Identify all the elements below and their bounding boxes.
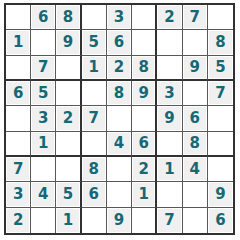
- cell-r3c8[interactable]: 9: [183, 56, 208, 81]
- cell-r9c9[interactable]: 6: [208, 208, 233, 233]
- cell-r7c4[interactable]: 8: [82, 157, 107, 182]
- cell-r5c6[interactable]: [132, 106, 157, 131]
- cell-r4c4[interactable]: [82, 81, 107, 106]
- cell-r1c9[interactable]: [208, 5, 233, 30]
- cell-r2c2[interactable]: [31, 30, 56, 55]
- cell-r8c4[interactable]: 6: [82, 182, 107, 207]
- cell-r3c1[interactable]: [6, 56, 31, 81]
- cell-r4c8[interactable]: [183, 81, 208, 106]
- cell-r6c8[interactable]: 8: [183, 132, 208, 157]
- cell-r8c2[interactable]: 4: [31, 182, 56, 207]
- cell-r7c9[interactable]: [208, 157, 233, 182]
- cell-r7c1[interactable]: 7: [6, 157, 31, 182]
- cell-r7c2[interactable]: [31, 157, 56, 182]
- cell-r6c2[interactable]: 1: [31, 132, 56, 157]
- cell-r7c5[interactable]: [107, 157, 132, 182]
- cell-r3c3[interactable]: [56, 56, 81, 81]
- cell-r9c4[interactable]: [82, 208, 107, 233]
- cell-r9c7[interactable]: 7: [157, 208, 182, 233]
- cell-r8c7[interactable]: [157, 182, 182, 207]
- cell-r2c8[interactable]: [183, 30, 208, 55]
- cell-r4c9[interactable]: 7: [208, 81, 233, 106]
- cell-r1c7[interactable]: 2: [157, 5, 182, 30]
- cell-r6c9[interactable]: [208, 132, 233, 157]
- cell-r1c4[interactable]: [82, 5, 107, 30]
- cell-r8c6[interactable]: 1: [132, 182, 157, 207]
- cell-r1c2[interactable]: 6: [31, 5, 56, 30]
- cell-r9c8[interactable]: [183, 208, 208, 233]
- cell-r9c1[interactable]: 2: [6, 208, 31, 233]
- cell-r9c2[interactable]: [31, 208, 56, 233]
- cell-r9c6[interactable]: [132, 208, 157, 233]
- cell-r5c9[interactable]: [208, 106, 233, 131]
- cell-r6c4[interactable]: [82, 132, 107, 157]
- cell-r1c6[interactable]: [132, 5, 157, 30]
- cell-r5c5[interactable]: [107, 106, 132, 131]
- cell-r5c3[interactable]: 2: [56, 106, 81, 131]
- cell-r6c6[interactable]: 6: [132, 132, 157, 157]
- cell-r6c1[interactable]: [6, 132, 31, 157]
- cell-r5c2[interactable]: 3: [31, 106, 56, 131]
- cell-r1c5[interactable]: 3: [107, 5, 132, 30]
- cell-r7c6[interactable]: 2: [132, 157, 157, 182]
- cell-r2c9[interactable]: 8: [208, 30, 233, 55]
- cell-r3c5[interactable]: 2: [107, 56, 132, 81]
- cell-r8c3[interactable]: 5: [56, 182, 81, 207]
- cell-r9c5[interactable]: 9: [107, 208, 132, 233]
- cell-r1c8[interactable]: 7: [183, 5, 208, 30]
- cell-r3c9[interactable]: 5: [208, 56, 233, 81]
- cell-r2c1[interactable]: 1: [6, 30, 31, 55]
- cell-r4c3[interactable]: [56, 81, 81, 106]
- cell-r4c7[interactable]: 3: [157, 81, 182, 106]
- cell-r3c6[interactable]: 8: [132, 56, 157, 81]
- cell-r2c3[interactable]: 9: [56, 30, 81, 55]
- cell-r4c6[interactable]: 9: [132, 81, 157, 106]
- cell-r6c5[interactable]: 4: [107, 132, 132, 157]
- cell-r6c7[interactable]: [157, 132, 182, 157]
- cell-r2c7[interactable]: [157, 30, 182, 55]
- cell-r4c2[interactable]: 5: [31, 81, 56, 106]
- cell-r3c2[interactable]: 7: [31, 56, 56, 81]
- cell-r1c3[interactable]: 8: [56, 5, 81, 30]
- sudoku-board: 6832719568712895658937327961468782143456…: [4, 3, 235, 235]
- sudoku-page: 6832719568712895658937327961468782143456…: [0, 0, 240, 240]
- cell-r8c1[interactable]: 3: [6, 182, 31, 207]
- cell-r3c7[interactable]: [157, 56, 182, 81]
- cell-r8c5[interactable]: [107, 182, 132, 207]
- cell-r5c1[interactable]: [6, 106, 31, 131]
- cell-r2c4[interactable]: 5: [82, 30, 107, 55]
- cell-r2c5[interactable]: 6: [107, 30, 132, 55]
- cell-r4c5[interactable]: 8: [107, 81, 132, 106]
- cell-r6c3[interactable]: [56, 132, 81, 157]
- cell-r9c3[interactable]: 1: [56, 208, 81, 233]
- cell-r2c6[interactable]: [132, 30, 157, 55]
- cell-r7c3[interactable]: [56, 157, 81, 182]
- cell-r1c1[interactable]: [6, 5, 31, 30]
- cell-r8c9[interactable]: 9: [208, 182, 233, 207]
- cell-r7c7[interactable]: 1: [157, 157, 182, 182]
- cell-r4c1[interactable]: 6: [6, 81, 31, 106]
- cell-r5c4[interactable]: 7: [82, 106, 107, 131]
- cell-r5c7[interactable]: 9: [157, 106, 182, 131]
- cell-r5c8[interactable]: 6: [183, 106, 208, 131]
- cell-r8c8[interactable]: [183, 182, 208, 207]
- cell-r3c4[interactable]: 1: [82, 56, 107, 81]
- cell-r7c8[interactable]: 4: [183, 157, 208, 182]
